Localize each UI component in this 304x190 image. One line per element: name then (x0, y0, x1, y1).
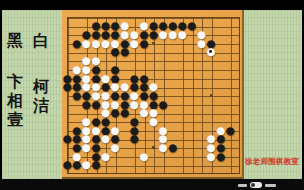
white-name-char: 柯 (33, 77, 49, 96)
black-stone: ● (129, 134, 139, 143)
black-stone: ● (158, 100, 168, 109)
black-stone: ● (72, 160, 82, 169)
white-stone: ● (101, 152, 111, 161)
black-stone: ● (72, 39, 82, 48)
channel-watermark: 徐老师围棋教室 (244, 156, 300, 167)
black-player-column: 黑 卞 相 壹 (5, 31, 25, 129)
black-stone: ● (72, 91, 82, 100)
black-name-char: 卞 (7, 72, 23, 91)
white-stone: ● (101, 134, 111, 143)
black-stone: ● (62, 160, 72, 169)
white-stone: ● (206, 47, 216, 56)
black-stone: ● (187, 21, 197, 30)
black-stone: ● (91, 160, 101, 169)
white-stone: ● (158, 30, 168, 39)
white-stone: ● (101, 39, 111, 48)
black-stone: ● (216, 152, 226, 161)
video-player-bar[interactable] (0, 179, 304, 190)
white-stone: ● (177, 30, 187, 39)
white-stone: ● (129, 39, 139, 48)
black-stone: ● (168, 143, 178, 152)
white-label: 白 (33, 31, 49, 50)
white-stone: ● (139, 108, 149, 117)
black-name-char: 相 (7, 91, 23, 110)
black-stone: ● (225, 126, 235, 135)
white-stone: ● (206, 152, 216, 161)
white-stone: ● (81, 143, 91, 152)
player-controls[interactable] (238, 182, 276, 188)
black-stone: ● (139, 39, 149, 48)
white-stone: ● (197, 39, 207, 48)
black-label: 黑 (7, 31, 23, 50)
white-stone: ● (110, 143, 120, 152)
time-text-left-icon (238, 184, 247, 187)
black-stone: ● (120, 108, 130, 117)
white-stone: ● (139, 152, 149, 161)
white-name-char: 洁 (33, 96, 49, 115)
black-stone: ● (110, 47, 120, 56)
video-frame: 黑 卞 相 壹 白 柯 洁 ●●●●●●●●●●●●●●●●●●●●●●●●●●… (2, 10, 302, 179)
black-stone: ● (149, 30, 159, 39)
stones-layer: ●●●●●●●●●●●●●●●●●●●●●●●●●●●●●●●●●●●●●●●●… (62, 13, 244, 178)
white-stone: ● (129, 100, 139, 109)
go-board[interactable]: ●●●●●●●●●●●●●●●●●●●●●●●●●●●●●●●●●●●●●●●●… (62, 10, 244, 179)
white-player-column: 白 柯 洁 (31, 31, 51, 115)
white-stone: ● (168, 30, 178, 39)
black-name-char: 壹 (7, 110, 23, 129)
white-stone: ● (149, 117, 159, 126)
players-panel: 黑 卞 相 壹 白 柯 洁 (2, 10, 62, 179)
black-stone: ● (120, 47, 130, 56)
progress-toggle-icon[interactable] (250, 182, 262, 188)
time-text-right-icon (265, 184, 276, 187)
black-stone: ● (110, 108, 120, 117)
black-stone: ● (91, 100, 101, 109)
last-move-marker (209, 50, 212, 53)
white-stone: ● (158, 143, 168, 152)
black-stone: ● (62, 82, 72, 91)
white-stone: ● (81, 39, 91, 48)
white-stone: ● (81, 160, 91, 169)
black-stone: ● (81, 100, 91, 109)
white-stone: ● (91, 39, 101, 48)
black-stone: ● (62, 134, 72, 143)
